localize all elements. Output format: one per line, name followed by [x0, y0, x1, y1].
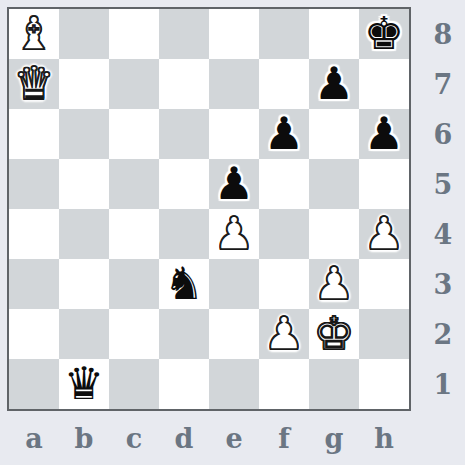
rank-label-4: 4 — [421, 209, 465, 259]
chess-diagram: ♝♚♛♟♟♟♟♟♟♞♟♟♚♛ 87654321 abcdefgh — [0, 0, 465, 465]
file-label-text: h — [374, 423, 394, 454]
square-f2: ♟ — [259, 309, 309, 359]
square-d3: ♞ — [159, 259, 209, 309]
file-label-a: a — [9, 413, 59, 463]
square-c7 — [109, 59, 159, 109]
black-knight-icon: ♞ — [164, 259, 204, 309]
square-b1: ♛ — [59, 359, 109, 409]
rank-label-2: 2 — [421, 309, 465, 359]
square-e6 — [209, 109, 259, 159]
square-d7 — [159, 59, 209, 109]
square-b3 — [59, 259, 109, 309]
file-label-text: d — [175, 423, 194, 454]
chess-board: ♝♚♛♟♟♟♟♟♟♞♟♟♚♛ — [7, 7, 411, 411]
file-label-c: c — [109, 413, 159, 463]
rank-label-text: 1 — [434, 369, 453, 400]
rank-label-text: 4 — [434, 219, 453, 250]
square-e7 — [209, 59, 259, 109]
square-b2 — [59, 309, 109, 359]
black-queen-icon: ♛ — [64, 359, 104, 409]
black-pawn-icon: ♟ — [214, 159, 254, 209]
file-label-f: f — [259, 413, 309, 463]
rank-label-text: 3 — [434, 269, 453, 300]
square-d4 — [159, 209, 209, 259]
square-b8 — [59, 9, 109, 59]
file-label-h: h — [359, 413, 409, 463]
square-h6: ♟ — [359, 109, 409, 159]
square-d1 — [159, 359, 209, 409]
white-pawn-icon: ♟ — [214, 209, 254, 259]
square-h4: ♟ — [359, 209, 409, 259]
square-h1 — [359, 359, 409, 409]
square-d6 — [159, 109, 209, 159]
square-d8 — [159, 9, 209, 59]
file-label-text: e — [225, 423, 242, 454]
square-a7: ♛ — [9, 59, 59, 109]
file-labels: abcdefgh — [9, 413, 409, 463]
square-a6 — [9, 109, 59, 159]
white-pawn-icon: ♟ — [314, 259, 354, 309]
rank-label-7: 7 — [421, 59, 465, 109]
rank-label-text: 5 — [434, 169, 453, 200]
square-f7 — [259, 59, 309, 109]
file-label-text: g — [325, 423, 344, 454]
rank-labels: 87654321 — [421, 9, 465, 409]
square-b5 — [59, 159, 109, 209]
square-b6 — [59, 109, 109, 159]
rank-label-5: 5 — [421, 159, 465, 209]
square-c1 — [109, 359, 159, 409]
square-h5 — [359, 159, 409, 209]
square-e5: ♟ — [209, 159, 259, 209]
square-c5 — [109, 159, 159, 209]
square-f1 — [259, 359, 309, 409]
square-g4 — [309, 209, 359, 259]
rank-label-1: 1 — [421, 359, 465, 409]
black-king-icon: ♚ — [364, 9, 404, 59]
white-bishop-icon: ♝ — [14, 9, 54, 59]
square-a8: ♝ — [9, 9, 59, 59]
square-c8 — [109, 9, 159, 59]
square-e8 — [209, 9, 259, 59]
square-b7 — [59, 59, 109, 109]
square-c2 — [109, 309, 159, 359]
square-c3 — [109, 259, 159, 309]
file-label-text: b — [75, 423, 94, 454]
white-pawn-icon: ♟ — [364, 209, 404, 259]
square-g5 — [309, 159, 359, 209]
square-a4 — [9, 209, 59, 259]
file-label-b: b — [59, 413, 109, 463]
rank-label-3: 3 — [421, 259, 465, 309]
square-f5 — [259, 159, 309, 209]
square-g6 — [309, 109, 359, 159]
black-pawn-icon: ♟ — [364, 109, 404, 159]
square-c6 — [109, 109, 159, 159]
square-d5 — [159, 159, 209, 209]
rank-label-8: 8 — [421, 9, 465, 59]
square-g7: ♟ — [309, 59, 359, 109]
file-label-text: a — [25, 423, 43, 454]
file-label-text: f — [278, 423, 290, 454]
square-b4 — [59, 209, 109, 259]
square-a1 — [9, 359, 59, 409]
square-h8: ♚ — [359, 9, 409, 59]
white-king-icon: ♚ — [314, 309, 354, 359]
file-label-text: c — [126, 423, 142, 454]
square-d2 — [159, 309, 209, 359]
square-g8 — [309, 9, 359, 59]
square-h2 — [359, 309, 409, 359]
square-e3 — [209, 259, 259, 309]
rank-label-text: 2 — [434, 319, 453, 350]
square-h3 — [359, 259, 409, 309]
square-g2: ♚ — [309, 309, 359, 359]
file-label-e: e — [209, 413, 259, 463]
square-f3 — [259, 259, 309, 309]
square-f8 — [259, 9, 309, 59]
black-pawn-icon: ♟ — [314, 59, 354, 109]
rank-label-text: 7 — [434, 69, 453, 100]
file-label-g: g — [309, 413, 359, 463]
rank-label-text: 8 — [434, 19, 453, 50]
square-a2 — [9, 309, 59, 359]
square-e4: ♟ — [209, 209, 259, 259]
file-label-d: d — [159, 413, 209, 463]
square-e2 — [209, 309, 259, 359]
square-g1 — [309, 359, 359, 409]
square-c4 — [109, 209, 159, 259]
square-a3 — [9, 259, 59, 309]
rank-label-6: 6 — [421, 109, 465, 159]
square-f4 — [259, 209, 309, 259]
square-g3: ♟ — [309, 259, 359, 309]
square-a5 — [9, 159, 59, 209]
white-queen-icon: ♛ — [14, 59, 54, 109]
square-f6: ♟ — [259, 109, 309, 159]
square-e1 — [209, 359, 259, 409]
square-h7 — [359, 59, 409, 109]
white-pawn-icon: ♟ — [264, 309, 304, 359]
black-pawn-icon: ♟ — [264, 109, 304, 159]
rank-label-text: 6 — [434, 119, 453, 150]
